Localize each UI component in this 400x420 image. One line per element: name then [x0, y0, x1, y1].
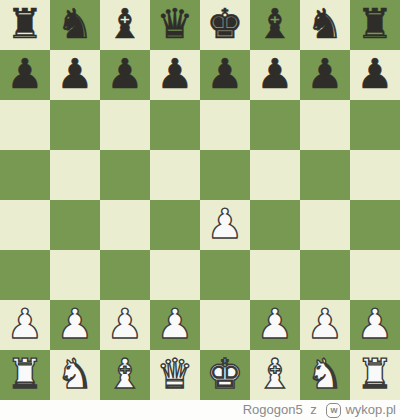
square-g6[interactable] — [300, 100, 350, 150]
square-h5[interactable] — [350, 150, 400, 200]
piece-white-knight[interactable]: ♞ — [57, 349, 94, 399]
piece-white-pawn[interactable]: ♟ — [357, 299, 394, 349]
square-c4[interactable] — [100, 200, 150, 250]
piece-black-king[interactable]: ♚ — [207, 0, 244, 49]
piece-white-rook[interactable]: ♜ — [357, 349, 394, 399]
piece-black-pawn[interactable]: ♟ — [207, 49, 244, 99]
piece-black-pawn[interactable]: ♟ — [157, 49, 194, 99]
square-h8[interactable]: ♜ — [350, 0, 400, 50]
square-e6[interactable] — [200, 100, 250, 150]
square-c2[interactable]: ♟ — [100, 300, 150, 350]
credit-separator: z — [307, 400, 321, 420]
square-c1[interactable]: ♝ — [100, 350, 150, 400]
square-f3[interactable] — [250, 250, 300, 300]
piece-white-bishop[interactable]: ♝ — [107, 349, 144, 399]
piece-black-queen[interactable]: ♛ — [157, 0, 194, 49]
square-b2[interactable]: ♟ — [50, 300, 100, 350]
piece-black-pawn[interactable]: ♟ — [57, 49, 94, 99]
piece-white-king[interactable]: ♚ — [207, 349, 244, 399]
piece-black-pawn[interactable]: ♟ — [257, 49, 294, 99]
square-g5[interactable] — [300, 150, 350, 200]
piece-black-rook[interactable]: ♜ — [7, 0, 44, 49]
square-h2[interactable]: ♟ — [350, 300, 400, 350]
square-e7[interactable]: ♟ — [200, 50, 250, 100]
square-h4[interactable] — [350, 200, 400, 250]
piece-black-pawn[interactable]: ♟ — [7, 49, 44, 99]
square-a8[interactable]: ♜ — [0, 0, 50, 50]
piece-white-pawn[interactable]: ♟ — [207, 199, 244, 249]
piece-white-rook[interactable]: ♜ — [7, 349, 44, 399]
square-b6[interactable] — [50, 100, 100, 150]
piece-white-pawn[interactable]: ♟ — [7, 299, 44, 349]
square-a6[interactable] — [0, 100, 50, 150]
square-f8[interactable]: ♝ — [250, 0, 300, 50]
piece-black-knight[interactable]: ♞ — [307, 0, 344, 49]
square-e4[interactable]: ♟ — [200, 200, 250, 250]
square-d3[interactable] — [150, 250, 200, 300]
piece-white-knight[interactable]: ♞ — [307, 349, 344, 399]
page: ♜♞♝♛♚♝♞♜♟♟♟♟♟♟♟♟♟♟♟♟♟♟♟♟♜♞♝♛♚♝♞♜ Rogogon… — [0, 0, 400, 420]
square-h6[interactable] — [350, 100, 400, 150]
square-e5[interactable] — [200, 150, 250, 200]
square-d6[interactable] — [150, 100, 200, 150]
square-b3[interactable] — [50, 250, 100, 300]
square-g2[interactable]: ♟ — [300, 300, 350, 350]
square-d2[interactable]: ♟ — [150, 300, 200, 350]
square-e1[interactable]: ♚ — [200, 350, 250, 400]
square-a4[interactable] — [0, 200, 50, 250]
square-f2[interactable]: ♟ — [250, 300, 300, 350]
credit-username: Rogogon5 — [243, 400, 303, 420]
square-a2[interactable]: ♟ — [0, 300, 50, 350]
square-f6[interactable] — [250, 100, 300, 150]
piece-black-pawn[interactable]: ♟ — [307, 49, 344, 99]
square-c6[interactable] — [100, 100, 150, 150]
square-h3[interactable] — [350, 250, 400, 300]
square-b5[interactable] — [50, 150, 100, 200]
square-a7[interactable]: ♟ — [0, 50, 50, 100]
square-e2[interactable] — [200, 300, 250, 350]
piece-black-knight[interactable]: ♞ — [57, 0, 94, 49]
square-c3[interactable] — [100, 250, 150, 300]
square-d5[interactable] — [150, 150, 200, 200]
square-g8[interactable]: ♞ — [300, 0, 350, 50]
square-g1[interactable]: ♞ — [300, 350, 350, 400]
square-g3[interactable] — [300, 250, 350, 300]
piece-black-pawn[interactable]: ♟ — [107, 49, 144, 99]
square-a1[interactable]: ♜ — [0, 350, 50, 400]
piece-black-bishop[interactable]: ♝ — [107, 0, 144, 49]
square-e8[interactable]: ♚ — [200, 0, 250, 50]
square-f7[interactable]: ♟ — [250, 50, 300, 100]
piece-white-queen[interactable]: ♛ — [157, 349, 194, 399]
square-b8[interactable]: ♞ — [50, 0, 100, 50]
square-f4[interactable] — [250, 200, 300, 250]
piece-white-pawn[interactable]: ♟ — [57, 299, 94, 349]
square-f5[interactable] — [250, 150, 300, 200]
square-f1[interactable]: ♝ — [250, 350, 300, 400]
square-d7[interactable]: ♟ — [150, 50, 200, 100]
square-b1[interactable]: ♞ — [50, 350, 100, 400]
square-g7[interactable]: ♟ — [300, 50, 350, 100]
piece-white-pawn[interactable]: ♟ — [307, 299, 344, 349]
square-c8[interactable]: ♝ — [100, 0, 150, 50]
square-c7[interactable]: ♟ — [100, 50, 150, 100]
watermark-footer: Rogogon5 z w wykop.pl — [0, 400, 400, 420]
square-d8[interactable]: ♛ — [150, 0, 200, 50]
credit-site: wykop.pl — [345, 400, 396, 420]
square-a3[interactable] — [0, 250, 50, 300]
square-g4[interactable] — [300, 200, 350, 250]
piece-white-pawn[interactable]: ♟ — [107, 299, 144, 349]
chess-board: ♜♞♝♛♚♝♞♜♟♟♟♟♟♟♟♟♟♟♟♟♟♟♟♟♜♞♝♛♚♝♞♜ — [0, 0, 400, 400]
piece-white-pawn[interactable]: ♟ — [257, 299, 294, 349]
square-a5[interactable] — [0, 150, 50, 200]
square-b7[interactable]: ♟ — [50, 50, 100, 100]
square-c5[interactable] — [100, 150, 150, 200]
square-d1[interactable]: ♛ — [150, 350, 200, 400]
square-d4[interactable] — [150, 200, 200, 250]
piece-white-bishop[interactable]: ♝ — [257, 349, 294, 399]
square-b4[interactable] — [50, 200, 100, 250]
piece-black-bishop[interactable]: ♝ — [257, 0, 294, 49]
square-e3[interactable] — [200, 250, 250, 300]
piece-black-rook[interactable]: ♜ — [357, 0, 394, 49]
wykop-logo-icon: w — [326, 403, 341, 418]
piece-white-pawn[interactable]: ♟ — [157, 299, 194, 349]
piece-black-pawn[interactable]: ♟ — [357, 49, 394, 99]
square-h1[interactable]: ♜ — [350, 350, 400, 400]
square-h7[interactable]: ♟ — [350, 50, 400, 100]
